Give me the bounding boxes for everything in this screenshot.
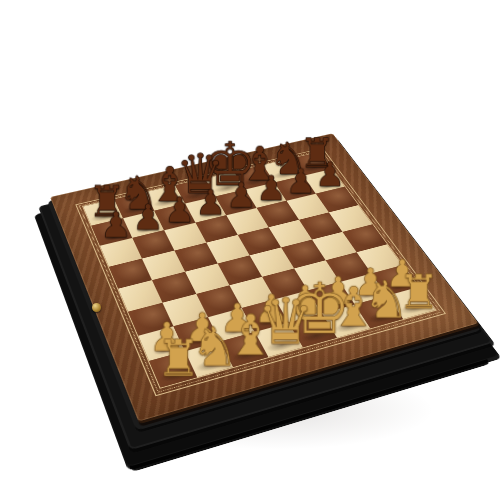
square-h6 [316,187,358,213]
piece-shadow [397,300,432,317]
piece-shadow [229,346,265,364]
square-c4 [185,263,229,293]
piece-shadow [264,336,300,354]
piece-shadow [332,318,367,335]
piece-white-rook: ♜ [398,271,440,314]
piece-shadow [299,161,329,173]
piece-shadow [298,327,333,345]
piece-shadow [167,217,188,227]
drawer-knob [92,303,101,312]
piece-shadow [193,355,229,374]
piece-shadow [157,365,194,384]
piece-shadow [365,308,400,325]
chess-set-product-photo: ♜♞♝♛♚♝♞♜♟♟♟♟♟♟♟♟♟♟♟♟♟♟♟♟♜♞♝♛♚♝♞♜ [0,0,500,500]
square-b6 [132,230,174,258]
piece-shadow [223,325,247,337]
square-a1: ♜ [149,351,197,387]
scene: ♜♞♝♛♚♝♞♜♟♟♟♟♟♟♟♟♟♟♟♟♟♟♟♟♜♞♝♛♚♝♞♜ [0,0,500,500]
chess-set: ♜♞♝♛♚♝♞♜♟♟♟♟♟♟♟♟♟♟♟♟♟♟♟♟♜♞♝♛♚♝♞♜ [50,133,478,421]
piece-shadow [324,298,347,309]
piece-shadow [153,344,177,356]
piece-shadow [257,316,280,328]
square-d5 [206,235,249,264]
piece-shadow [271,168,301,181]
